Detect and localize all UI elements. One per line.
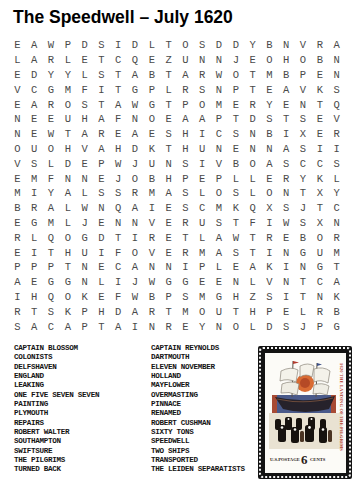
grid-cell: I bbox=[110, 38, 127, 53]
grid-cell: N bbox=[328, 216, 345, 231]
grid-cell: D bbox=[26, 68, 43, 83]
grid-cell: M bbox=[194, 245, 211, 260]
grid-cell: N bbox=[160, 156, 177, 171]
grid-cell: V bbox=[143, 216, 160, 231]
grid-cell: N bbox=[59, 171, 76, 186]
word-item: SIXTY TONS bbox=[151, 428, 245, 437]
grid-cell: S bbox=[93, 68, 110, 83]
grid-cell: E bbox=[227, 260, 244, 275]
grid-cell: L bbox=[143, 38, 160, 53]
grid-cell: H bbox=[93, 304, 110, 319]
grid-cell: L bbox=[328, 171, 345, 186]
grid-cell: M bbox=[43, 216, 60, 231]
grid-cell: S bbox=[227, 186, 244, 201]
grid-cell: L bbox=[43, 156, 60, 171]
word-list-left: CAPTAIN BLOSSOMCOLONISTSDELFSHAVENENGLAN… bbox=[14, 344, 99, 475]
grid-cell: G bbox=[43, 275, 60, 290]
grid-cell: N bbox=[328, 53, 345, 68]
grid-cell: V bbox=[9, 156, 26, 171]
word-item: SPEEDWELL bbox=[151, 437, 245, 446]
grid-cell: R bbox=[9, 304, 26, 319]
grid-cell: I bbox=[26, 245, 43, 260]
grid-cell: D bbox=[244, 112, 261, 127]
grid-cell: O bbox=[194, 304, 211, 319]
grid-cell: X bbox=[311, 216, 328, 231]
grid-cell: O bbox=[143, 112, 160, 127]
grid-cell: M bbox=[143, 186, 160, 201]
word-item: CAPTAIN BLOSSOM bbox=[14, 344, 99, 353]
grid-cell: O bbox=[227, 68, 244, 83]
grid-cell: I bbox=[127, 319, 144, 334]
grid-cell: N bbox=[76, 275, 93, 290]
grid-cell: T bbox=[160, 68, 177, 83]
grid-cell: K bbox=[227, 201, 244, 216]
grid-cell: R bbox=[328, 230, 345, 245]
grid-cell: E bbox=[43, 112, 60, 127]
word-item: DELFSHAVEN bbox=[14, 363, 99, 372]
word-item: ROBERT WALTER bbox=[14, 428, 99, 437]
grid-cell: P bbox=[295, 68, 312, 83]
grid-cell: N bbox=[211, 319, 228, 334]
grid-cell: I bbox=[194, 156, 211, 171]
page-title: The Speedwell – July 1620 bbox=[13, 7, 233, 28]
grid-cell: B bbox=[143, 68, 160, 83]
grid-cell: L bbox=[26, 230, 43, 245]
grid-cell: S bbox=[160, 127, 177, 142]
grid-cell: S bbox=[261, 290, 278, 305]
grid-cell: M bbox=[211, 97, 228, 112]
grid-cell: T bbox=[93, 319, 110, 334]
grid-cell: S bbox=[227, 245, 244, 260]
grid-cell: E bbox=[110, 127, 127, 142]
grid-cell: T bbox=[43, 245, 60, 260]
grid-cell: C bbox=[311, 156, 328, 171]
grid-cell: N bbox=[278, 186, 295, 201]
grid-cell: I bbox=[261, 245, 278, 260]
grid-cell: D bbox=[211, 38, 228, 53]
grid-cell: K bbox=[143, 142, 160, 157]
grid-cell: M bbox=[261, 68, 278, 83]
grid-cell: H bbox=[227, 290, 244, 305]
grid-cell: H bbox=[26, 290, 43, 305]
grid-cell: A bbox=[127, 260, 144, 275]
grid-cell: B bbox=[261, 38, 278, 53]
grid-cell: W bbox=[227, 230, 244, 245]
grid-cell: S bbox=[93, 186, 110, 201]
grid-cell: O bbox=[261, 186, 278, 201]
grid-cell: T bbox=[160, 304, 177, 319]
grid-cell: T bbox=[110, 82, 127, 97]
grid-cell: E bbox=[9, 97, 26, 112]
grid-cell: T bbox=[160, 38, 177, 53]
grid-cell: E bbox=[26, 275, 43, 290]
grid-cell: A bbox=[93, 142, 110, 157]
grid-cell: N bbox=[278, 245, 295, 260]
grid-cell: A bbox=[261, 156, 278, 171]
grid-cell: W bbox=[127, 290, 144, 305]
grid-cell: Y bbox=[43, 186, 60, 201]
grid-cell: K bbox=[59, 304, 76, 319]
grid-cell: L bbox=[76, 186, 93, 201]
grid-cell: U bbox=[143, 156, 160, 171]
grid-cell: B bbox=[143, 290, 160, 305]
grid-cell: E bbox=[311, 112, 328, 127]
grid-cell: M bbox=[59, 82, 76, 97]
grid-cell: V bbox=[9, 82, 26, 97]
grid-cell: P bbox=[93, 156, 110, 171]
grid-cell: R bbox=[143, 230, 160, 245]
grid-cell: F bbox=[110, 245, 127, 260]
grid-cell: O bbox=[244, 156, 261, 171]
stamp-side-text: 1620 THE LANDING OF THE PILGRIMS bbox=[338, 363, 343, 451]
grid-cell: W bbox=[76, 201, 93, 216]
grid-cell: X bbox=[295, 127, 312, 142]
grid-cell: S bbox=[177, 290, 194, 305]
grid-cell: H bbox=[278, 53, 295, 68]
grid-cell: N bbox=[261, 142, 278, 157]
word-item: ONE FIVE SEVEN SEVEN bbox=[14, 391, 99, 400]
grid-cell: I bbox=[143, 201, 160, 216]
grid-cell: M bbox=[177, 304, 194, 319]
grid-cell: I bbox=[93, 82, 110, 97]
grid-cell: I bbox=[278, 290, 295, 305]
word-item: MAYFLOWER bbox=[151, 381, 245, 390]
grid-cell: T bbox=[26, 304, 43, 319]
grid-cell: E bbox=[261, 82, 278, 97]
grid-cell: W bbox=[43, 127, 60, 142]
grid-cell: N bbox=[244, 127, 261, 142]
grid-cell: Y bbox=[59, 68, 76, 83]
grid-cell: E bbox=[9, 245, 26, 260]
word-item: PLYMOUTH bbox=[14, 409, 99, 418]
grid-cell: D bbox=[127, 38, 144, 53]
grid-cell: R bbox=[177, 245, 194, 260]
grid-cell: E bbox=[26, 127, 43, 142]
grid-cell: K bbox=[261, 260, 278, 275]
grid-cell: I bbox=[177, 260, 194, 275]
grid-cell: A bbox=[127, 127, 144, 142]
grid-cell: T bbox=[295, 186, 312, 201]
grid-cell: T bbox=[177, 230, 194, 245]
grid-cell: H bbox=[110, 142, 127, 157]
grid-cell: E bbox=[143, 53, 160, 68]
grid-cell: N bbox=[9, 112, 26, 127]
grid-cell: R bbox=[177, 216, 194, 231]
grid-cell: E bbox=[160, 230, 177, 245]
grid-cell: L bbox=[211, 260, 228, 275]
grid-cell: H bbox=[76, 112, 93, 127]
grid-cell: S bbox=[93, 38, 110, 53]
grid-cell: P bbox=[76, 304, 93, 319]
word-list-right: CAPTAIN REYNOLDSDARTMOUTHELEVEN NOVEMBER… bbox=[151, 344, 245, 475]
grid-cell: S bbox=[26, 156, 43, 171]
grid-cell: V bbox=[295, 82, 312, 97]
grid-cell: O bbox=[43, 142, 60, 157]
grid-cell: A bbox=[177, 68, 194, 83]
grid-cell: L bbox=[244, 319, 261, 334]
grid-cell: I bbox=[93, 245, 110, 260]
grid-cell: L bbox=[295, 304, 312, 319]
grid-cell: G bbox=[127, 82, 144, 97]
grid-cell: U bbox=[211, 304, 228, 319]
grid-cell: H bbox=[59, 245, 76, 260]
grid-cell: K bbox=[311, 82, 328, 97]
grid-cell: U bbox=[76, 245, 93, 260]
grid-cell: I bbox=[127, 230, 144, 245]
grid-cell: V bbox=[261, 275, 278, 290]
grid-cell: Y bbox=[194, 319, 211, 334]
grid-cell: H bbox=[244, 304, 261, 319]
word-item: DARTMOUTH bbox=[151, 353, 245, 362]
grid-cell: Q bbox=[43, 290, 60, 305]
grid-cell: T bbox=[59, 260, 76, 275]
word-item: ENGLAND bbox=[14, 372, 99, 381]
grid-cell: K bbox=[311, 171, 328, 186]
grid-cell: A bbox=[177, 112, 194, 127]
grid-cell: R bbox=[9, 230, 26, 245]
grid-cell: S bbox=[328, 156, 345, 171]
grid-cell: N bbox=[93, 201, 110, 216]
grid-cell: T bbox=[244, 82, 261, 97]
grid-cell: I bbox=[9, 290, 26, 305]
grid-cell: W bbox=[127, 97, 144, 112]
grid-cell: D bbox=[59, 156, 76, 171]
grid-cell: E bbox=[194, 275, 211, 290]
grid-cell: A bbox=[26, 319, 43, 334]
grid-cell: E bbox=[311, 68, 328, 83]
grid-cell: N bbox=[194, 53, 211, 68]
grid-cell: N bbox=[160, 260, 177, 275]
grid-cell: E bbox=[261, 171, 278, 186]
grid-cell: B bbox=[227, 156, 244, 171]
grid-cell: T bbox=[227, 216, 244, 231]
grid-cell: Y bbox=[328, 186, 345, 201]
grid-cell: S bbox=[177, 201, 194, 216]
grid-cell: J bbox=[76, 216, 93, 231]
word-item: ELEVEN NOVEMBER bbox=[151, 363, 245, 372]
grid-cell: E bbox=[194, 171, 211, 186]
grid-cell: E bbox=[160, 216, 177, 231]
grid-cell: A bbox=[211, 245, 228, 260]
grid-cell: L bbox=[160, 82, 177, 97]
grid-cell: P bbox=[177, 171, 194, 186]
grid-cell: U bbox=[194, 142, 211, 157]
grid-cell: U bbox=[177, 53, 194, 68]
grid-cell: O bbox=[59, 290, 76, 305]
word-item: HOLLAND bbox=[151, 372, 245, 381]
grid-cell: G bbox=[211, 290, 228, 305]
grid-cell: F bbox=[76, 82, 93, 97]
grid-cell: R bbox=[311, 38, 328, 53]
grid-cell: C bbox=[295, 156, 312, 171]
grid-cell: B bbox=[261, 127, 278, 142]
grid-cell: A bbox=[110, 319, 127, 334]
grid-cell: S bbox=[328, 82, 345, 97]
grid-cell: L bbox=[244, 275, 261, 290]
grid-cell: U bbox=[194, 216, 211, 231]
grid-cell: R bbox=[244, 97, 261, 112]
grid-cell: G bbox=[59, 275, 76, 290]
grid-cell: H bbox=[59, 142, 76, 157]
stamp-artwork: U.S.POSTAGE 6 CENTS 1620 THE LANDING OF … bbox=[265, 353, 346, 473]
grid-cell: V bbox=[328, 112, 345, 127]
grid-cell: S bbox=[278, 156, 295, 171]
grid-cell: R bbox=[93, 127, 110, 142]
grid-cell: U bbox=[311, 245, 328, 260]
grid-cell: G bbox=[160, 275, 177, 290]
grid-cell: A bbox=[26, 53, 43, 68]
grid-cell: F bbox=[110, 290, 127, 305]
grid-cell: R bbox=[143, 304, 160, 319]
grid-cell: V bbox=[211, 156, 228, 171]
grid-cell: D bbox=[76, 38, 93, 53]
grid-cell: O bbox=[177, 38, 194, 53]
grid-cell: L bbox=[93, 275, 110, 290]
grid-cell: X bbox=[311, 186, 328, 201]
grid-cell: C bbox=[26, 82, 43, 97]
grid-cell: U bbox=[59, 112, 76, 127]
grid-cell: S bbox=[177, 186, 194, 201]
grid-cell: E bbox=[278, 304, 295, 319]
grid-cell: K bbox=[76, 290, 93, 305]
grid-cell: N bbox=[211, 82, 228, 97]
grid-cell: N bbox=[143, 260, 160, 275]
grid-cell: T bbox=[227, 304, 244, 319]
grid-cell: M bbox=[211, 201, 228, 216]
grid-cell: N bbox=[311, 290, 328, 305]
grid-cell: J bbox=[227, 53, 244, 68]
grid-cell: O bbox=[9, 142, 26, 157]
word-item: TRANSPORTED bbox=[151, 456, 245, 465]
word-item: PAINTING bbox=[14, 400, 99, 409]
grid-cell: H bbox=[160, 171, 177, 186]
grid-cell: A bbox=[59, 186, 76, 201]
grid-cell: N bbox=[328, 68, 345, 83]
grid-cell: W bbox=[278, 216, 295, 231]
grid-cell: E bbox=[311, 127, 328, 142]
grid-cell: F bbox=[244, 216, 261, 231]
grid-cell: Z bbox=[160, 53, 177, 68]
grid-cell: T bbox=[295, 275, 312, 290]
grid-cell: B bbox=[295, 230, 312, 245]
grid-cell: C bbox=[110, 260, 127, 275]
grid-cell: R bbox=[160, 319, 177, 334]
grid-cell: T bbox=[278, 112, 295, 127]
grid-cell: L bbox=[76, 68, 93, 83]
grid-cell: S bbox=[295, 216, 312, 231]
grid-cell: P bbox=[261, 304, 278, 319]
word-grid: EAWPDSIDLTOSDDYBNVRALARLETCQEZUNNJEOHOBN… bbox=[9, 38, 345, 334]
stamp-postage-label: U.S.POSTAGE bbox=[270, 457, 300, 462]
grid-cell: Q bbox=[110, 201, 127, 216]
grid-cell: I bbox=[311, 142, 328, 157]
grid-cell: M bbox=[9, 186, 26, 201]
grid-cell: L bbox=[59, 201, 76, 216]
grid-cell: P bbox=[59, 38, 76, 53]
grid-cell: G bbox=[43, 82, 60, 97]
grid-cell: S bbox=[43, 304, 60, 319]
grid-cell: G bbox=[328, 319, 345, 334]
ship-illustration: U.S.POSTAGE 6 CENTS 1620 THE LANDING OF … bbox=[265, 353, 346, 473]
grid-cell: M bbox=[26, 171, 43, 186]
grid-cell: S bbox=[211, 216, 228, 231]
grid-cell: A bbox=[76, 127, 93, 142]
grid-cell: T bbox=[227, 112, 244, 127]
grid-cell: B bbox=[311, 53, 328, 68]
grid-cell: L bbox=[59, 53, 76, 68]
grid-cell: G bbox=[76, 230, 93, 245]
grid-cell: N bbox=[110, 216, 127, 231]
grid-cell: N bbox=[278, 38, 295, 53]
grid-cell: B bbox=[328, 304, 345, 319]
grid-cell: T bbox=[93, 97, 110, 112]
grid-cell: O bbox=[211, 186, 228, 201]
grid-cell: I bbox=[110, 275, 127, 290]
grid-cell: E bbox=[143, 127, 160, 142]
grid-cell: N bbox=[127, 112, 144, 127]
grid-cell: T bbox=[295, 290, 312, 305]
grid-cell: S bbox=[9, 319, 26, 334]
word-item: OVERMASTING bbox=[151, 391, 245, 400]
grid-cell: R bbox=[278, 171, 295, 186]
grid-cell: T bbox=[93, 53, 110, 68]
grid-cell: E bbox=[26, 112, 43, 127]
word-item: SWIFTSURE bbox=[14, 447, 99, 456]
grid-cell: F bbox=[43, 171, 60, 186]
grid-cell: A bbox=[328, 38, 345, 53]
grid-cell: I bbox=[26, 186, 43, 201]
grid-cell: P bbox=[311, 319, 328, 334]
grid-cell: T bbox=[160, 97, 177, 112]
grid-cell: R bbox=[261, 230, 278, 245]
grid-cell: O bbox=[227, 319, 244, 334]
grid-cell: A bbox=[26, 97, 43, 112]
grid-cell: L bbox=[227, 171, 244, 186]
grid-cell: I bbox=[194, 127, 211, 142]
grid-cell: P bbox=[227, 82, 244, 97]
grid-cell: E bbox=[227, 97, 244, 112]
grid-cell: R bbox=[43, 97, 60, 112]
grid-cell: B bbox=[9, 201, 26, 216]
grid-cell: J bbox=[110, 171, 127, 186]
grid-cell: N bbox=[76, 171, 93, 186]
grid-cell: E bbox=[76, 53, 93, 68]
grid-cell: E bbox=[160, 112, 177, 127]
grid-cell: E bbox=[227, 142, 244, 157]
grid-cell: H bbox=[177, 142, 194, 157]
word-item: CAPTAIN REYNOLDS bbox=[151, 344, 245, 353]
grid-cell: J bbox=[295, 319, 312, 334]
grid-cell: P bbox=[194, 260, 211, 275]
grid-cell: A bbox=[127, 304, 144, 319]
grid-cell: V bbox=[143, 245, 160, 260]
grid-cell: L bbox=[9, 53, 26, 68]
grid-cell: L bbox=[59, 216, 76, 231]
grid-cell: X bbox=[261, 201, 278, 216]
grid-cell: T bbox=[311, 97, 328, 112]
grid-cell: O bbox=[261, 53, 278, 68]
grid-cell: R bbox=[177, 82, 194, 97]
grid-cell: A bbox=[26, 38, 43, 53]
grid-cell: T bbox=[244, 230, 261, 245]
grid-cell: C bbox=[328, 201, 345, 216]
grid-cell: T bbox=[59, 127, 76, 142]
grid-cell: I bbox=[278, 127, 295, 142]
word-item: THE PILGRIMS bbox=[14, 456, 99, 465]
grid-cell: A bbox=[59, 319, 76, 334]
grid-cell: I bbox=[328, 142, 345, 157]
grid-cell: E bbox=[278, 97, 295, 112]
